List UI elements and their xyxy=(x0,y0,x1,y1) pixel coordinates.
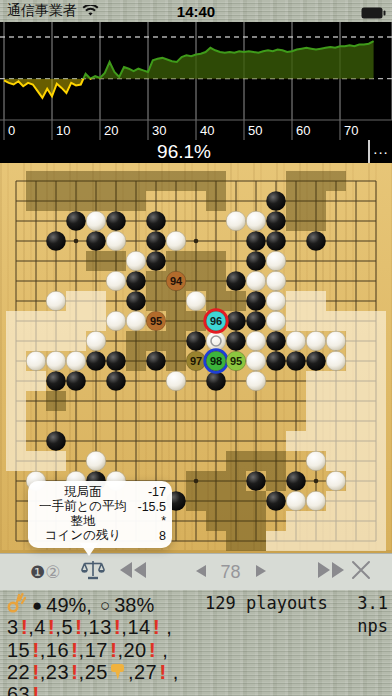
exclamation-icon: ! xyxy=(71,660,79,683)
move-num: 14 xyxy=(127,616,150,638)
playouts-label: 129 playouts xyxy=(205,593,328,613)
two-outline-icon: ② xyxy=(45,562,60,583)
svg-text:95: 95 xyxy=(230,355,242,367)
move-numbers-button[interactable]: ❶② xyxy=(30,562,61,583)
move-num: 13 xyxy=(89,616,112,638)
exclamation-icon: ! xyxy=(32,638,40,661)
svg-text:97: 97 xyxy=(190,355,202,367)
score-popup: 現局面-17一手前との平均-15.5整地*コインの残り8 xyxy=(28,481,172,548)
popup-row: コインの残り8 xyxy=(34,529,166,544)
popup-value: -17 xyxy=(132,485,166,499)
toolbar: ❶② xyxy=(0,553,392,590)
fast-forward-icon xyxy=(317,561,345,583)
svg-text:95: 95 xyxy=(150,315,162,327)
move-num: 27 xyxy=(134,661,157,683)
move-num: 16 xyxy=(46,639,69,661)
close-icon xyxy=(351,560,371,584)
exclamation-icon: ! xyxy=(159,660,167,683)
svg-text:0: 0 xyxy=(8,123,15,138)
score-estimate-button[interactable] xyxy=(81,559,105,585)
black-winrate: 49%, xyxy=(46,594,92,617)
more-button[interactable]: ... xyxy=(370,140,392,164)
svg-text:98: 98 xyxy=(210,355,222,367)
move-num: 17 xyxy=(85,639,108,661)
popup-value: * xyxy=(132,514,166,528)
winrate-bar: 96.1% ... xyxy=(0,140,392,163)
white-winrate: 38% xyxy=(114,594,154,617)
step-back-button[interactable] xyxy=(195,564,207,581)
rewind-button[interactable] xyxy=(119,561,147,583)
exclamation-icon: ! xyxy=(75,615,83,638)
status-bar: 通信事業者 14:40 xyxy=(0,0,392,22)
fast-forward-button[interactable] xyxy=(317,561,345,583)
svg-text:10: 10 xyxy=(56,123,70,138)
move-num: 23 xyxy=(46,661,69,683)
popup-value: -15.5 xyxy=(132,500,166,514)
clock: 14:40 xyxy=(0,3,392,20)
scales-icon xyxy=(81,559,105,585)
move-flags-line: 15!,16!,17!,20! , xyxy=(7,638,168,662)
white-stone-glyph: ○ xyxy=(100,596,110,616)
step-forward-button[interactable] xyxy=(255,564,267,581)
step-forward-icon xyxy=(255,564,267,581)
exclamation-icon: ! xyxy=(71,638,79,661)
move-num: 15 xyxy=(7,639,30,661)
move-flags-line: 22!,23!,25,27! , xyxy=(7,660,179,684)
move-num: 3 xyxy=(7,616,19,638)
close-button[interactable] xyxy=(351,560,371,584)
svg-text:70: 70 xyxy=(344,123,358,138)
svg-text:96: 96 xyxy=(210,315,222,327)
battery-icon xyxy=(361,5,386,17)
analysis-panel: ● 49%, ○ 38% 129 playouts 3.1 nps 3!,4!,… xyxy=(0,590,392,696)
popup-label: コインの残り xyxy=(34,527,132,544)
rewind-icon xyxy=(119,561,147,583)
move-flags-line: 3!,4!,5!,13!,14! , xyxy=(7,615,172,639)
move-num: 20 xyxy=(123,639,146,661)
one-filled-icon: ❶ xyxy=(30,562,45,583)
exclamation-icon: ! xyxy=(21,615,29,638)
move-num: 22 xyxy=(7,661,30,683)
svg-text:50: 50 xyxy=(248,123,262,138)
move-num: 63 xyxy=(7,683,30,696)
winrate-chart[interactable]: 010203040506070 xyxy=(0,22,392,140)
score-popup-tail xyxy=(80,543,98,556)
move-flags-line: 63! , xyxy=(7,682,52,696)
move-num: 5 xyxy=(61,616,73,638)
svg-text:20: 20 xyxy=(104,123,118,138)
svg-text:30: 30 xyxy=(152,123,166,138)
black-stone-glyph: ● xyxy=(32,596,42,616)
nps-unit: nps xyxy=(357,616,388,636)
exclamation-icon: ! xyxy=(32,682,40,696)
exclamation-icon: ! xyxy=(153,615,161,638)
nps-value: 3.1 xyxy=(357,593,388,613)
winrate-value: 96.1% xyxy=(0,141,368,163)
move-number: 78 xyxy=(221,562,241,583)
popup-value: 8 xyxy=(132,529,166,543)
svg-text:60: 60 xyxy=(296,123,310,138)
svg-text:94: 94 xyxy=(170,275,183,287)
exclamation-icon: ! xyxy=(32,660,40,683)
thumbs-down-icon xyxy=(108,661,128,683)
svg-text:40: 40 xyxy=(200,123,214,138)
move-num: 4 xyxy=(34,616,46,638)
step-back-icon xyxy=(195,564,207,581)
move-num: 25 xyxy=(85,661,108,683)
